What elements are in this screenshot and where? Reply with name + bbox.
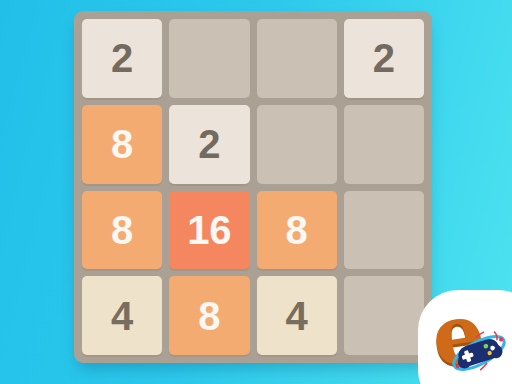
board-grid[interactable]: 22828168484 xyxy=(82,19,424,355)
tile-8: 8 xyxy=(169,276,249,355)
gamepad-icon xyxy=(448,326,510,378)
empty-cell xyxy=(257,105,337,184)
empty-cell xyxy=(169,19,249,98)
tile-2: 2 xyxy=(82,19,162,98)
empty-cell xyxy=(344,276,424,355)
empty-cell xyxy=(344,105,424,184)
empty-cell xyxy=(257,19,337,98)
tile-8: 8 xyxy=(82,191,162,270)
game-board: 22828168484 xyxy=(74,11,432,363)
tile-4: 4 xyxy=(257,276,337,355)
tile-2: 2 xyxy=(169,105,249,184)
tile-4: 4 xyxy=(82,276,162,355)
tile-8: 8 xyxy=(257,191,337,270)
tile-2: 2 xyxy=(344,19,424,98)
empty-cell xyxy=(344,191,424,270)
app-background: 22828168484 e xyxy=(0,0,512,384)
brand-badge[interactable]: e xyxy=(418,290,512,384)
tile-16: 16 xyxy=(169,191,249,270)
tile-8: 8 xyxy=(82,105,162,184)
